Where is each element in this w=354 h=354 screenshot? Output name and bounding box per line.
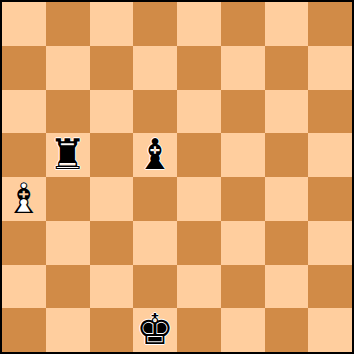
square-b7[interactable] <box>46 46 90 90</box>
square-e4[interactable] <box>177 177 221 221</box>
square-f1[interactable] <box>221 308 265 352</box>
square-b8[interactable] <box>46 2 90 46</box>
square-a2[interactable] <box>2 265 46 309</box>
square-h4[interactable] <box>308 177 352 221</box>
square-a7[interactable] <box>2 46 46 90</box>
square-g4[interactable] <box>265 177 309 221</box>
square-b4[interactable] <box>46 177 90 221</box>
square-h5[interactable] <box>308 133 352 177</box>
square-h1[interactable] <box>308 308 352 352</box>
square-g2[interactable] <box>265 265 309 309</box>
square-h8[interactable] <box>308 2 352 46</box>
square-e5[interactable] <box>177 133 221 177</box>
square-b1[interactable] <box>46 308 90 352</box>
square-c2[interactable] <box>90 265 134 309</box>
square-g6[interactable] <box>265 90 309 134</box>
square-e6[interactable] <box>177 90 221 134</box>
square-e1[interactable] <box>177 308 221 352</box>
square-f4[interactable] <box>221 177 265 221</box>
square-g5[interactable] <box>265 133 309 177</box>
square-a3[interactable] <box>2 221 46 265</box>
square-d8[interactable] <box>133 2 177 46</box>
square-c4[interactable] <box>90 177 134 221</box>
square-g8[interactable] <box>265 2 309 46</box>
square-f7[interactable] <box>221 46 265 90</box>
square-f2[interactable] <box>221 265 265 309</box>
square-f8[interactable] <box>221 2 265 46</box>
square-d6[interactable] <box>133 90 177 134</box>
square-c1[interactable] <box>90 308 134 352</box>
square-b2[interactable] <box>46 265 90 309</box>
square-d3[interactable] <box>133 221 177 265</box>
square-d4[interactable] <box>133 177 177 221</box>
square-c7[interactable] <box>90 46 134 90</box>
square-c8[interactable] <box>90 2 134 46</box>
white-bishop[interactable]: ♝♗ <box>5 178 43 220</box>
square-c3[interactable] <box>90 221 134 265</box>
black-king[interactable]: ♚ <box>136 309 174 351</box>
square-f3[interactable] <box>221 221 265 265</box>
square-d2[interactable] <box>133 265 177 309</box>
square-h3[interactable] <box>308 221 352 265</box>
black-bishop[interactable]: ♝ <box>136 134 174 176</box>
black-bishop-glyph: ♝ <box>136 133 174 177</box>
square-e7[interactable] <box>177 46 221 90</box>
white-bishop-glyph: ♗ <box>5 177 43 221</box>
square-e2[interactable] <box>177 265 221 309</box>
square-h2[interactable] <box>308 265 352 309</box>
black-rook-glyph: ♜ <box>49 133 87 177</box>
square-f6[interactable] <box>221 90 265 134</box>
square-a1[interactable] <box>2 308 46 352</box>
square-b6[interactable] <box>46 90 90 134</box>
square-d5[interactable]: ♝ <box>133 133 177 177</box>
square-c5[interactable] <box>90 133 134 177</box>
square-a8[interactable] <box>2 2 46 46</box>
square-e3[interactable] <box>177 221 221 265</box>
chess-board: ♜♝♝♗♚ <box>2 2 352 352</box>
square-g1[interactable] <box>265 308 309 352</box>
square-h6[interactable] <box>308 90 352 134</box>
square-b3[interactable] <box>46 221 90 265</box>
square-a4[interactable]: ♝♗ <box>2 177 46 221</box>
square-d1[interactable]: ♚ <box>133 308 177 352</box>
square-g3[interactable] <box>265 221 309 265</box>
square-h7[interactable] <box>308 46 352 90</box>
black-rook[interactable]: ♜ <box>49 134 87 176</box>
black-king-glyph: ♚ <box>136 308 174 352</box>
square-f5[interactable] <box>221 133 265 177</box>
square-c6[interactable] <box>90 90 134 134</box>
chess-board-frame: ♜♝♝♗♚ <box>0 0 354 354</box>
square-e8[interactable] <box>177 2 221 46</box>
square-a6[interactable] <box>2 90 46 134</box>
square-g7[interactable] <box>265 46 309 90</box>
square-a5[interactable] <box>2 133 46 177</box>
square-d7[interactable] <box>133 46 177 90</box>
square-b5[interactable]: ♜ <box>46 133 90 177</box>
